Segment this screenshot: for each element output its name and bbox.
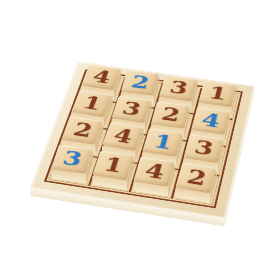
product-photo-scene: 4231132424133142 bbox=[0, 0, 275, 275]
block-number: 2 bbox=[184, 166, 208, 188]
number-block[interactable]: 4 bbox=[134, 166, 176, 196]
number-block[interactable]: 2 bbox=[175, 172, 217, 203]
block-number: 4 bbox=[143, 160, 167, 182]
block-top-face: 3 bbox=[183, 134, 223, 163]
number-block[interactable]: 1 bbox=[92, 160, 134, 190]
board-cell: 2 bbox=[172, 170, 219, 204]
block-number: 1 bbox=[81, 93, 105, 113]
block-number: 2 bbox=[160, 104, 182, 124]
block-number: 1 bbox=[101, 154, 125, 176]
block-number: 1 bbox=[151, 132, 174, 153]
board-cell: 4 bbox=[131, 164, 178, 198]
block-number: 4 bbox=[111, 125, 135, 146]
number-block[interactable]: 3 bbox=[52, 154, 94, 183]
block-number: 4 bbox=[90, 67, 113, 86]
sudoku-board: 4231132424133142 bbox=[30, 61, 255, 219]
block-number: 2 bbox=[129, 73, 151, 92]
board-cell: 3 bbox=[49, 152, 97, 186]
block-number: 3 bbox=[61, 148, 85, 169]
block-number: 4 bbox=[200, 110, 222, 130]
block-number: 1 bbox=[207, 84, 229, 103]
block-number: 2 bbox=[71, 120, 95, 140]
block-number: 3 bbox=[120, 99, 143, 119]
block-top-face: 1 bbox=[198, 81, 237, 108]
block-number: 3 bbox=[168, 78, 190, 97]
block-number: 3 bbox=[192, 137, 215, 158]
board-cell: 1 bbox=[90, 158, 138, 192]
